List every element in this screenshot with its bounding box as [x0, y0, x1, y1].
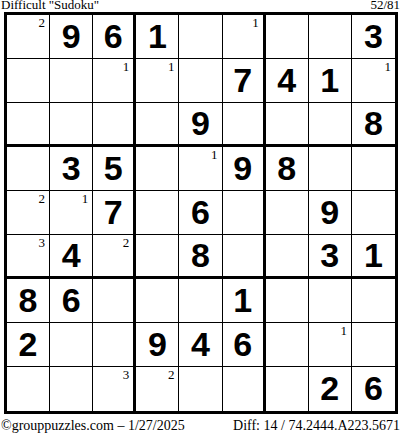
pencil-mark: 2: [39, 16, 46, 29]
header: Difficult "Sudoku" 52/81: [0, 0, 402, 11]
cell-r1c8[interactable]: [309, 15, 352, 59]
cell-r4c8[interactable]: [309, 147, 352, 191]
cell-r6c7[interactable]: [266, 235, 309, 279]
cell-r9c9[interactable]: 6: [352, 367, 395, 411]
given-digit: 8: [364, 106, 383, 140]
given-digit: 8: [277, 151, 296, 185]
cell-r7c5[interactable]: [179, 279, 222, 323]
cell-r2c2[interactable]: [50, 59, 93, 103]
cell-r5c5[interactable]: 6: [179, 191, 222, 235]
cell-r2c3[interactable]: 1: [93, 59, 136, 103]
cell-r5c1[interactable]: 2: [7, 191, 50, 235]
pencil-mark: 2: [123, 236, 130, 249]
cell-r1c4[interactable]: 1: [136, 15, 179, 59]
cell-r1c3[interactable]: 6: [93, 15, 136, 59]
pencil-mark: 1: [211, 148, 218, 161]
cell-r2c7[interactable]: 4: [266, 59, 309, 103]
sudoku-page: Difficult "Sudoku" 52/81 296113117411983…: [0, 0, 402, 437]
cell-r3c7[interactable]: [266, 103, 309, 147]
cell-r5c2[interactable]: 1: [50, 191, 93, 235]
given-digit: 4: [62, 238, 81, 272]
difficulty-code: Diff: 14 / 74.2444.A223.5671: [233, 418, 400, 434]
cell-r7c2[interactable]: 6: [50, 279, 93, 323]
given-digit: 1: [320, 63, 339, 97]
given-digit: 9: [148, 327, 167, 361]
cell-r4c1[interactable]: [7, 147, 50, 191]
cell-r6c6[interactable]: [223, 235, 266, 279]
cell-r7c9[interactable]: [352, 279, 395, 323]
cell-r8c2[interactable]: [50, 323, 93, 367]
given-digit: 2: [320, 371, 339, 405]
given-digit: 9: [320, 195, 339, 229]
cell-r6c8[interactable]: 3: [309, 235, 352, 279]
pencil-mark: 2: [168, 368, 175, 381]
cell-r2c5[interactable]: [179, 59, 222, 103]
cell-r1c7[interactable]: [266, 15, 309, 59]
cell-r1c5[interactable]: [179, 15, 222, 59]
given-digit: 7: [104, 195, 123, 229]
footer: ©grouppuzzles.com – 1/27/2025 Diff: 14 /…: [0, 418, 402, 434]
cell-r5c3[interactable]: 7: [93, 191, 136, 235]
cell-r9c8[interactable]: 2: [309, 367, 352, 411]
cell-r9c2[interactable]: [50, 367, 93, 411]
given-digit: 6: [62, 283, 81, 317]
given-digit: 9: [191, 106, 210, 140]
given-digit: 3: [320, 238, 339, 272]
pencil-mark: 1: [168, 60, 175, 73]
cell-r1c6[interactable]: 1: [223, 15, 266, 59]
cell-r7c8[interactable]: [309, 279, 352, 323]
pencil-mark: 3: [39, 236, 46, 249]
cell-r1c2[interactable]: 9: [50, 15, 93, 59]
given-digit: 6: [104, 19, 123, 53]
cell-r7c4[interactable]: [136, 279, 179, 323]
cell-r3c6[interactable]: [223, 103, 266, 147]
given-digit: 1: [148, 19, 167, 53]
cell-r9c7[interactable]: [266, 367, 309, 411]
cell-r3c2[interactable]: [50, 103, 93, 147]
cell-r7c1[interactable]: 8: [7, 279, 50, 323]
given-digit: 4: [277, 63, 296, 97]
cell-r8c6[interactable]: 6: [223, 323, 266, 367]
cell-r3c8[interactable]: [309, 103, 352, 147]
given-digit: 3: [62, 151, 81, 185]
cell-r2c9[interactable]: 1: [352, 59, 395, 103]
copyright-date: ©grouppuzzles.com – 1/27/2025: [1, 418, 185, 434]
cell-r5c9[interactable]: [352, 191, 395, 235]
given-digit: 6: [233, 327, 252, 361]
cell-r8c7[interactable]: [266, 323, 309, 367]
cell-r4c3[interactable]: 5: [93, 147, 136, 191]
cell-r8c8[interactable]: 1: [309, 323, 352, 367]
given-digit: 8: [191, 238, 210, 272]
cell-r1c9[interactable]: 3: [352, 15, 395, 59]
pencil-mark: 1: [82, 192, 89, 205]
cell-r2c8[interactable]: 1: [309, 59, 352, 103]
cell-r5c8[interactable]: 9: [309, 191, 352, 235]
cell-r7c6[interactable]: 1: [223, 279, 266, 323]
given-digit: 3: [364, 19, 383, 53]
cell-r3c3[interactable]: [93, 103, 136, 147]
given-digit: 9: [233, 151, 252, 185]
cell-r3c1[interactable]: [7, 103, 50, 147]
cell-r8c5[interactable]: 4: [179, 323, 222, 367]
cell-r6c3[interactable]: 2: [93, 235, 136, 279]
cell-r4c5[interactable]: 1: [179, 147, 222, 191]
given-digit: 1: [364, 238, 383, 272]
cell-r2c1[interactable]: [7, 59, 50, 103]
cell-r9c5[interactable]: [179, 367, 222, 411]
pencil-mark: 1: [252, 16, 259, 29]
cell-r6c2[interactable]: 4: [50, 235, 93, 279]
cell-r5c6[interactable]: [223, 191, 266, 235]
cell-r4c7[interactable]: 8: [266, 147, 309, 191]
given-digit: 4: [191, 327, 210, 361]
given-digit: 5: [104, 151, 123, 185]
cell-r3c9[interactable]: 8: [352, 103, 395, 147]
cell-r8c1[interactable]: 2: [7, 323, 50, 367]
cell-r9c4[interactable]: 2: [136, 367, 179, 411]
cell-r6c1[interactable]: 3: [7, 235, 50, 279]
cell-r7c3[interactable]: [93, 279, 136, 323]
cell-r2c4[interactable]: 1: [136, 59, 179, 103]
cell-r9c6[interactable]: [223, 367, 266, 411]
given-digit: 7: [233, 63, 252, 97]
cell-r9c1[interactable]: [7, 367, 50, 411]
cell-r3c4[interactable]: [136, 103, 179, 147]
puzzle-title: Difficult "Sudoku": [1, 0, 99, 11]
cells-remaining-counter: 52/81: [370, 0, 400, 11]
cell-r5c4[interactable]: [136, 191, 179, 235]
given-digit: 6: [364, 371, 383, 405]
given-digit: 2: [19, 327, 38, 361]
cell-r8c9[interactable]: [352, 323, 395, 367]
given-digit: 8: [19, 283, 38, 317]
given-digit: 9: [62, 19, 81, 53]
given-digit: 6: [191, 195, 210, 229]
cell-r6c5[interactable]: 8: [179, 235, 222, 279]
pencil-mark: 2: [39, 192, 46, 205]
cell-r4c9[interactable]: [352, 147, 395, 191]
cell-r4c6[interactable]: 9: [223, 147, 266, 191]
sudoku-board: 2961131174119835198217693428318612946132…: [4, 12, 398, 414]
cell-r6c9[interactable]: 1: [352, 235, 395, 279]
cell-r3c5[interactable]: 9: [179, 103, 222, 147]
pencil-mark: 1: [340, 324, 347, 337]
pencil-mark: 1: [123, 60, 130, 73]
cell-r4c2[interactable]: 3: [50, 147, 93, 191]
given-digit: 1: [233, 283, 252, 317]
cell-r9c3[interactable]: 3: [93, 367, 136, 411]
cell-r6c4[interactable]: [136, 235, 179, 279]
cell-r5c7[interactable]: [266, 191, 309, 235]
pencil-mark: 1: [384, 60, 391, 73]
cell-r4c4[interactable]: [136, 147, 179, 191]
cell-r8c4[interactable]: 9: [136, 323, 179, 367]
cell-r8c3[interactable]: [93, 323, 136, 367]
pencil-mark: 3: [123, 368, 130, 381]
cell-r7c7[interactable]: [266, 279, 309, 323]
cell-r2c6[interactable]: 7: [223, 59, 266, 103]
cell-r1c1[interactable]: 2: [7, 15, 50, 59]
